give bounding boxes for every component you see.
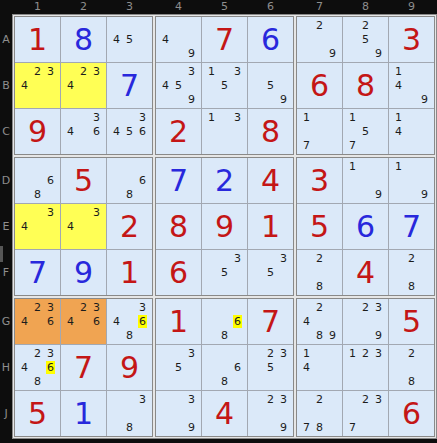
candidate-grid: 3468 <box>107 299 152 344</box>
candidate-grid: 68 <box>202 299 247 344</box>
candidate-8: 8 <box>125 421 134 434</box>
candidate-3: 3 <box>92 111 101 124</box>
cell-J6[interactable]: 239 <box>248 391 293 436</box>
candidate-8: 8 <box>125 329 134 342</box>
candidate-5: 5 <box>125 33 134 46</box>
cell-F4[interactable]: 6 <box>156 250 201 295</box>
candidate-3: 3 <box>374 393 383 406</box>
candidate-grid: 2489 <box>297 299 342 344</box>
cell-value: 6 <box>261 25 280 55</box>
cell-C1[interactable]: 9 <box>15 109 60 154</box>
cell-C3[interactable]: 3456 <box>107 109 152 154</box>
cell-B7[interactable]: 6 <box>297 63 342 108</box>
cell-F9[interactable]: 28 <box>389 250 434 295</box>
cell-A1[interactable]: 1 <box>15 17 60 62</box>
candidate-grid: 39 <box>156 391 201 436</box>
candidate-1: 1 <box>207 111 216 124</box>
candidate-8: 8 <box>220 375 229 388</box>
cell-value: 7 <box>215 25 234 55</box>
candidate-5: 5 <box>125 125 134 138</box>
cell-C8[interactable]: 157 <box>343 109 388 154</box>
cell-value: 1 <box>28 25 47 55</box>
cell-H3[interactable]: 9 <box>107 345 152 390</box>
candidate-grid: 23468 <box>15 345 60 390</box>
box-4: 6856834342791 <box>14 157 153 296</box>
cell-G1[interactable]: 2346 <box>15 299 60 344</box>
cell-F5[interactable]: 35 <box>202 250 247 295</box>
cell-value: 5 <box>310 212 329 242</box>
cell-C4[interactable]: 2 <box>156 109 201 154</box>
candidate-grid: 3456 <box>107 109 152 154</box>
cell-F2[interactable]: 9 <box>61 250 106 295</box>
candidate-3: 3 <box>233 65 242 78</box>
candidate-1: 1 <box>394 65 403 78</box>
cell-A7[interactable]: 29 <box>297 17 342 62</box>
candidate-grid: 19 <box>389 158 434 203</box>
box-6: 3191956728428 <box>296 157 435 296</box>
candidate-3: 3 <box>46 206 55 219</box>
candidate-3: 3 <box>279 252 288 265</box>
cell-E1[interactable]: 34 <box>15 204 60 249</box>
cell-A8[interactable]: 259 <box>343 17 388 62</box>
candidate-9: 9 <box>420 93 429 106</box>
cell-F3[interactable]: 1 <box>107 250 152 295</box>
cell-G2[interactable]: 2346 <box>61 299 106 344</box>
candidate-9: 9 <box>374 188 383 201</box>
cell-D8[interactable]: 19 <box>343 158 388 203</box>
cell-B8[interactable]: 8 <box>343 63 388 108</box>
cell-F6[interactable]: 35 <box>248 250 293 295</box>
cell-value: 4 <box>261 166 280 196</box>
candidate-2: 2 <box>361 19 370 32</box>
cell-value: 7 <box>120 71 139 101</box>
cell-D1[interactable]: 68 <box>15 158 60 203</box>
cell-value: 8 <box>356 71 375 101</box>
cell-value: 8 <box>169 212 188 242</box>
cell-B2[interactable]: 234 <box>61 63 106 108</box>
candidate-1: 1 <box>394 160 403 173</box>
candidate-grid: 68 <box>202 345 247 390</box>
candidate-4: 4 <box>302 315 311 328</box>
col-label-3: 3 <box>123 0 137 14</box>
candidate-5: 5 <box>220 266 229 279</box>
candidate-8: 8 <box>33 375 42 388</box>
candidate-4: 4 <box>112 33 121 46</box>
box-3: 292593681491715714 <box>296 16 435 155</box>
cell-value: 1 <box>169 307 188 337</box>
cell-D6[interactable]: 4 <box>248 158 293 203</box>
cell-D3[interactable]: 68 <box>107 158 152 203</box>
cell-J2[interactable]: 1 <box>61 391 106 436</box>
cell-J8[interactable]: 237 <box>343 391 388 436</box>
cell-G9[interactable]: 5 <box>389 299 434 344</box>
cell-value: 8 <box>74 25 93 55</box>
cell-C9[interactable]: 14 <box>389 109 434 154</box>
cell-G4[interactable]: 1 <box>156 299 201 344</box>
candidate-1: 1 <box>302 111 311 124</box>
candidate-5: 5 <box>174 79 183 92</box>
candidate-2: 2 <box>33 65 42 78</box>
candidate-grid: 59 <box>248 63 293 108</box>
candidate-2: 2 <box>407 347 416 360</box>
candidate-7: 7 <box>302 421 311 434</box>
candidate-grid: 34 <box>61 204 106 249</box>
cell-E2[interactable]: 34 <box>61 204 106 249</box>
cell-value: 7 <box>402 212 421 242</box>
candidate-2: 2 <box>361 347 370 360</box>
cell-B6[interactable]: 59 <box>248 63 293 108</box>
candidate-2: 2 <box>315 252 324 265</box>
cell-value: 3 <box>402 25 421 55</box>
candidate-grid: 29 <box>297 17 342 62</box>
cell-value: 9 <box>120 353 139 383</box>
candidate-2: 2 <box>33 301 42 314</box>
cell-E3[interactable]: 2 <box>107 204 152 249</box>
cell-A6[interactable]: 6 <box>248 17 293 62</box>
candidate-7: 7 <box>302 139 311 152</box>
cell-A2[interactable]: 8 <box>61 17 106 62</box>
candidate-grid: 149 <box>389 63 434 108</box>
candidate-grid: 13 <box>202 109 247 154</box>
cell-value: 7 <box>74 353 93 383</box>
cell-value: 1 <box>120 258 139 288</box>
candidate-grid: 237 <box>343 391 388 436</box>
cell-value: 6 <box>310 71 329 101</box>
cell-D2[interactable]: 5 <box>61 158 106 203</box>
candidate-grid: 19 <box>343 158 388 203</box>
candidate-6: 6 <box>46 361 55 374</box>
cell-H1[interactable]: 23468 <box>15 345 60 390</box>
cell-E9[interactable]: 7 <box>389 204 434 249</box>
candidate-grid: 38 <box>107 391 152 436</box>
candidate-9: 9 <box>279 93 288 106</box>
cell-value: 6 <box>402 399 421 429</box>
left-edge-notch <box>0 246 3 262</box>
candidate-5: 5 <box>361 125 370 138</box>
candidate-grid: 2346 <box>15 299 60 344</box>
cell-H8[interactable]: 123 <box>343 345 388 390</box>
cell-A5[interactable]: 7 <box>202 17 247 62</box>
cell-value: 9 <box>215 212 234 242</box>
candidate-grid: 28 <box>389 345 434 390</box>
candidate-4: 4 <box>20 315 29 328</box>
candidate-3: 3 <box>138 393 147 406</box>
candidate-grid: 135 <box>202 63 247 108</box>
cell-A9[interactable]: 3 <box>389 17 434 62</box>
candidate-grid: 3459 <box>156 63 201 108</box>
candidate-4: 4 <box>20 79 29 92</box>
candidate-grid: 157 <box>343 109 388 154</box>
candidate-4: 4 <box>66 79 75 92</box>
candidate-7: 7 <box>348 139 357 152</box>
cell-value: 5 <box>28 399 47 429</box>
candidate-9: 9 <box>420 188 429 201</box>
cell-value: 2 <box>215 166 234 196</box>
candidate-grid: 28 <box>389 250 434 295</box>
col-label-7: 7 <box>313 0 327 14</box>
box-5: 72489163535 <box>155 157 294 296</box>
col-label-2: 2 <box>77 0 91 14</box>
candidate-3: 3 <box>279 347 288 360</box>
cell-value: 7 <box>28 258 47 288</box>
candidate-6: 6 <box>92 125 101 138</box>
cell-J5[interactable]: 4 <box>202 391 247 436</box>
candidate-3: 3 <box>138 301 147 314</box>
candidate-3: 3 <box>187 65 196 78</box>
candidate-grid: 68 <box>107 158 152 203</box>
candidate-3: 3 <box>233 111 242 124</box>
box-7: 23462346346823468795138 <box>14 298 153 437</box>
cell-G5[interactable]: 68 <box>202 299 247 344</box>
candidate-2: 2 <box>361 301 370 314</box>
candidate-1: 1 <box>348 347 357 360</box>
cell-value: 5 <box>74 166 93 196</box>
candidate-3: 3 <box>187 393 196 406</box>
cell-C2[interactable]: 346 <box>61 109 106 154</box>
candidate-8: 8 <box>407 375 416 388</box>
candidate-grid: 35 <box>156 345 201 390</box>
candidate-9: 9 <box>279 421 288 434</box>
cell-value: 8 <box>261 117 280 147</box>
candidate-grid: 45 <box>107 17 152 62</box>
col-label-6: 6 <box>264 0 278 14</box>
cell-J7[interactable]: 278 <box>297 391 342 436</box>
candidate-5: 5 <box>266 79 275 92</box>
cell-H6[interactable]: 235 <box>248 345 293 390</box>
candidate-3: 3 <box>138 111 147 124</box>
candidate-grid: 14 <box>297 345 342 390</box>
cell-G8[interactable]: 239 <box>343 299 388 344</box>
candidate-6: 6 <box>138 125 147 138</box>
box-2: 49763459135592138 <box>155 16 294 155</box>
candidate-grid: 259 <box>343 17 388 62</box>
cell-C5[interactable]: 13 <box>202 109 247 154</box>
candidate-2: 2 <box>266 393 275 406</box>
candidate-grid: 235 <box>248 345 293 390</box>
cell-B5[interactable]: 135 <box>202 63 247 108</box>
cell-value: 6 <box>169 258 188 288</box>
candidate-4: 4 <box>112 315 121 328</box>
cell-J3[interactable]: 38 <box>107 391 152 436</box>
candidate-grid: 234 <box>61 63 106 108</box>
candidate-5: 5 <box>174 361 183 374</box>
cell-J9[interactable]: 6 <box>389 391 434 436</box>
candidate-8: 8 <box>315 329 324 342</box>
candidate-grid: 234 <box>15 63 60 108</box>
candidate-4: 4 <box>20 361 29 374</box>
cell-value: 6 <box>356 212 375 242</box>
col-label-8: 8 <box>359 0 373 14</box>
candidate-2: 2 <box>407 252 416 265</box>
cell-F7[interactable]: 28 <box>297 250 342 295</box>
candidate-8: 8 <box>407 280 416 293</box>
candidate-5: 5 <box>266 361 275 374</box>
candidate-3: 3 <box>187 347 196 360</box>
candidate-grid: 346 <box>61 109 106 154</box>
cell-A4[interactable]: 49 <box>156 17 201 62</box>
cell-B1[interactable]: 234 <box>15 63 60 108</box>
candidate-6: 6 <box>233 361 242 374</box>
cell-value: 4 <box>356 258 375 288</box>
cell-E5[interactable]: 9 <box>202 204 247 249</box>
candidate-6: 6 <box>138 174 147 187</box>
cell-value: 9 <box>28 117 47 147</box>
cell-value: 3 <box>310 166 329 196</box>
cell-H5[interactable]: 68 <box>202 345 247 390</box>
cell-A3[interactable]: 45 <box>107 17 152 62</box>
cell-B3[interactable]: 7 <box>107 63 152 108</box>
cell-H9[interactable]: 28 <box>389 345 434 390</box>
candidate-6: 6 <box>233 315 242 328</box>
candidate-2: 2 <box>315 393 324 406</box>
candidate-4: 4 <box>394 125 403 138</box>
candidate-9: 9 <box>374 47 383 60</box>
cell-value: 7 <box>169 166 188 196</box>
candidate-3: 3 <box>92 206 101 219</box>
candidate-3: 3 <box>92 301 101 314</box>
candidate-6: 6 <box>46 315 55 328</box>
candidate-4: 4 <box>20 220 29 233</box>
candidate-4: 4 <box>112 125 121 138</box>
candidate-1: 1 <box>348 111 357 124</box>
candidate-8: 8 <box>315 421 324 434</box>
candidate-4: 4 <box>394 79 403 92</box>
candidate-8: 8 <box>33 188 42 201</box>
candidate-5: 5 <box>220 79 229 92</box>
cell-B4[interactable]: 3459 <box>156 63 201 108</box>
candidate-2: 2 <box>79 301 88 314</box>
col-label-1: 1 <box>31 0 45 14</box>
candidate-9: 9 <box>187 421 196 434</box>
candidate-3: 3 <box>46 347 55 360</box>
candidate-grid: 14 <box>389 109 434 154</box>
candidate-3: 3 <box>92 65 101 78</box>
candidate-grid: 34 <box>15 204 60 249</box>
cell-E6[interactable]: 1 <box>248 204 293 249</box>
cell-G3[interactable]: 3468 <box>107 299 152 344</box>
cell-G6[interactable]: 7 <box>248 299 293 344</box>
candidate-6: 6 <box>138 315 147 328</box>
cell-E7[interactable]: 5 <box>297 204 342 249</box>
cell-J4[interactable]: 39 <box>156 391 201 436</box>
candidate-9: 9 <box>328 47 337 60</box>
cell-value: 5 <box>402 307 421 337</box>
cell-C7[interactable]: 17 <box>297 109 342 154</box>
candidate-1: 1 <box>302 347 311 360</box>
cell-value: 7 <box>261 307 280 337</box>
cell-value: 2 <box>169 117 188 147</box>
candidate-3: 3 <box>374 347 383 360</box>
candidate-4: 4 <box>66 220 75 233</box>
candidate-9: 9 <box>328 329 337 342</box>
box-9: 2489239514123282782376 <box>296 298 435 437</box>
candidate-2: 2 <box>266 347 275 360</box>
cell-value: 9 <box>74 258 93 288</box>
candidate-4: 4 <box>66 125 75 138</box>
candidate-5: 5 <box>361 33 370 46</box>
candidate-grid: 123 <box>343 345 388 390</box>
candidate-4: 4 <box>161 79 170 92</box>
cell-value: 4 <box>215 399 234 429</box>
box-1: 1845234234793463456 <box>14 16 153 155</box>
candidate-grid: 278 <box>297 391 342 436</box>
cell-value: 2 <box>120 212 139 242</box>
candidate-3: 3 <box>46 301 55 314</box>
candidate-3: 3 <box>233 252 242 265</box>
candidate-8: 8 <box>315 280 324 293</box>
sudoku-board: 1845234234793463456497634591355921382925… <box>12 14 437 439</box>
cell-F8[interactable]: 4 <box>343 250 388 295</box>
cell-D9[interactable]: 19 <box>389 158 434 203</box>
candidate-3: 3 <box>46 65 55 78</box>
candidate-3: 3 <box>279 393 288 406</box>
candidate-grid: 35 <box>202 250 247 295</box>
candidate-8: 8 <box>125 188 134 201</box>
candidate-1: 1 <box>348 160 357 173</box>
candidate-3: 3 <box>374 301 383 314</box>
candidate-grid: 49 <box>156 17 201 62</box>
cell-value: 1 <box>261 212 280 242</box>
candidate-1: 1 <box>207 65 216 78</box>
cell-D5[interactable]: 2 <box>202 158 247 203</box>
candidate-9: 9 <box>187 47 196 60</box>
candidate-grid: 17 <box>297 109 342 154</box>
cell-F1[interactable]: 7 <box>15 250 60 295</box>
candidate-6: 6 <box>46 174 55 187</box>
candidate-2: 2 <box>361 393 370 406</box>
cell-E4[interactable]: 8 <box>156 204 201 249</box>
candidate-9: 9 <box>187 93 196 106</box>
candidate-4: 4 <box>302 361 311 374</box>
candidate-2: 2 <box>315 19 324 32</box>
cell-G7[interactable]: 2489 <box>297 299 342 344</box>
box-8: 16873568235394239 <box>155 298 294 437</box>
candidate-6: 6 <box>92 315 101 328</box>
cell-H2[interactable]: 7 <box>61 345 106 390</box>
cell-B9[interactable]: 149 <box>389 63 434 108</box>
cell-H7[interactable]: 14 <box>297 345 342 390</box>
candidate-1: 1 <box>394 111 403 124</box>
col-label-9: 9 <box>405 0 419 14</box>
candidate-5: 5 <box>266 266 275 279</box>
cell-value: 1 <box>74 399 93 429</box>
candidate-9: 9 <box>374 329 383 342</box>
candidate-7: 7 <box>348 421 357 434</box>
candidate-grid: 28 <box>297 250 342 295</box>
col-label-4: 4 <box>172 0 186 14</box>
candidate-2: 2 <box>33 347 42 360</box>
candidate-grid: 2346 <box>61 299 106 344</box>
candidate-4: 4 <box>161 33 170 46</box>
cell-D4[interactable]: 7 <box>156 158 201 203</box>
candidate-grid: 239 <box>343 299 388 344</box>
candidate-grid: 239 <box>248 391 293 436</box>
candidate-grid: 35 <box>248 250 293 295</box>
candidate-2: 2 <box>315 301 324 314</box>
cell-E8[interactable]: 6 <box>343 204 388 249</box>
col-label-5: 5 <box>218 0 232 14</box>
candidate-2: 2 <box>79 65 88 78</box>
cell-D7[interactable]: 3 <box>297 158 342 203</box>
cell-C6[interactable]: 8 <box>248 109 293 154</box>
cell-J1[interactable]: 5 <box>15 391 60 436</box>
cell-H4[interactable]: 35 <box>156 345 201 390</box>
candidate-8: 8 <box>220 329 229 342</box>
candidate-grid: 68 <box>15 158 60 203</box>
candidate-4: 4 <box>66 315 75 328</box>
